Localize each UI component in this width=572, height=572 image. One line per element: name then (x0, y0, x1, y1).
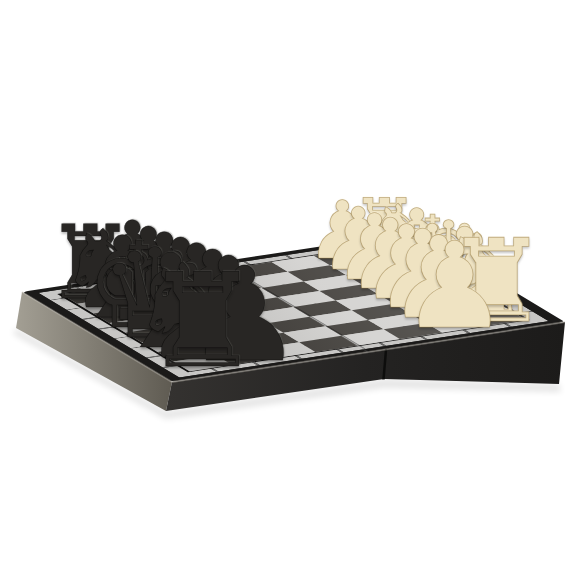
white-pawn-a2[interactable]: ♟ (401, 227, 508, 346)
product-photo-scene: Folding magnetic travel chess set on a w… (0, 0, 572, 572)
black-rook-a8[interactable]: ♜ (144, 256, 261, 386)
pieces-layer: ♜♞♝♛♚♝♞♜♟♟♟♟♟♟♟♟♟♟♟♟♟♟♟♟♜♞♝♛♚♝♞♜ (0, 0, 572, 572)
